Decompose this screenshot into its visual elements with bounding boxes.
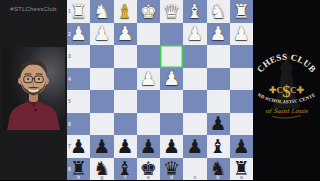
white-pawn-piece[interactable]: ♟ (160, 68, 183, 91)
square-f3[interactable] (114, 45, 137, 68)
logo-monogram-left: ✚C (269, 85, 283, 95)
square-h1[interactable]: 1♜ (67, 0, 90, 23)
black-rook-piece[interactable]: ♜ (230, 158, 253, 181)
logo-flourish (272, 116, 301, 119)
black-pawn-piece[interactable]: ♟ (160, 135, 183, 158)
white-bishop-piece[interactable]: ♝ (183, 0, 206, 23)
presenter-webcam (2, 47, 65, 130)
square-e4[interactable]: ♟ (137, 68, 160, 91)
black-rook-piece[interactable]: ♜ (67, 158, 90, 181)
square-d2[interactable] (160, 23, 183, 46)
square-c2[interactable]: ♟ (183, 23, 206, 46)
square-b1[interactable]: ♞ (207, 0, 230, 23)
square-b6[interactable]: ♟ (207, 113, 230, 136)
square-d3[interactable] (160, 45, 183, 68)
rank-label: 6 (68, 121, 71, 126)
square-e7[interactable]: ♟ (137, 135, 160, 158)
white-king-piece[interactable]: ♚ (137, 0, 160, 23)
square-f1[interactable]: ♝ (114, 0, 137, 23)
square-g8[interactable]: g♞ (90, 158, 113, 181)
square-e3[interactable] (137, 45, 160, 68)
white-rook-piece[interactable]: ♜ (230, 0, 253, 23)
square-f2[interactable]: ♟ (114, 23, 137, 46)
square-h6[interactable]: 6 (67, 113, 90, 136)
square-e1[interactable]: ♚ (137, 0, 160, 23)
black-pawn-piece[interactable]: ♟ (90, 135, 113, 158)
square-c7[interactable]: ♟ (183, 135, 206, 158)
square-a4[interactable] (230, 68, 253, 91)
square-c5[interactable] (183, 90, 206, 113)
black-pawn-piece[interactable]: ♟ (137, 135, 160, 158)
square-g3[interactable] (90, 45, 113, 68)
square-a1[interactable]: ♜ (230, 0, 253, 23)
square-b7[interactable]: ♝ (207, 135, 230, 158)
square-f6[interactable] (114, 113, 137, 136)
square-c3[interactable] (183, 45, 206, 68)
square-h5[interactable]: 5 (67, 90, 90, 113)
square-h4[interactable]: 4 (67, 68, 90, 91)
square-f7[interactable]: ♟ (114, 135, 137, 158)
square-g1[interactable]: ♞ (90, 0, 113, 23)
black-pawn-piece[interactable]: ♟ (114, 135, 137, 158)
square-d7[interactable]: ♟ (160, 135, 183, 158)
presenter-eye (38, 78, 40, 80)
black-queen-piece[interactable]: ♛ (160, 158, 183, 181)
square-a5[interactable] (230, 90, 253, 113)
square-f5[interactable] (114, 90, 137, 113)
right-panel: CHESS CLUB ✚C $ C✚ AND SCHOLASTIC CENTER… (253, 0, 320, 180)
white-knight-piece[interactable]: ♞ (207, 0, 230, 23)
black-bishop-piece[interactable]: ♝ (114, 158, 137, 181)
white-pawn-piece[interactable]: ♟ (114, 23, 137, 46)
square-a3[interactable] (230, 45, 253, 68)
left-panel: #STLChessClub (0, 0, 67, 180)
square-a2[interactable]: ♟ (230, 23, 253, 46)
white-rook-piece[interactable]: ♜ (67, 0, 90, 23)
white-bishop-piece[interactable]: ♝ (114, 0, 137, 23)
square-b2[interactable]: ♟ (207, 23, 230, 46)
square-h3[interactable]: 3 (67, 45, 90, 68)
square-d4[interactable]: ♟ (160, 68, 183, 91)
lapel-mic (34, 109, 36, 111)
square-c6[interactable] (183, 113, 206, 136)
square-h7[interactable]: 7♟ (67, 135, 90, 158)
square-b8[interactable]: b♞ (207, 158, 230, 181)
white-pawn-piece[interactable]: ♟ (90, 23, 113, 46)
square-f8[interactable]: f♝ (114, 158, 137, 181)
square-a8[interactable]: a♜ (230, 158, 253, 181)
square-g6[interactable] (90, 113, 113, 136)
white-pawn-piece[interactable]: ♟ (137, 68, 160, 91)
black-king-piece[interactable]: ♚ (137, 158, 160, 181)
square-d6[interactable] (160, 113, 183, 136)
square-e8[interactable]: e♚ (137, 158, 160, 181)
hashtag-label: #STLChessClub (0, 6, 67, 12)
square-g5[interactable] (90, 90, 113, 113)
white-queen-piece[interactable]: ♛ (160, 0, 183, 23)
presenter-eye (27, 78, 29, 80)
square-h2[interactable]: 2♟ (67, 23, 90, 46)
square-b4[interactable] (207, 68, 230, 91)
rank-label: 5 (68, 99, 71, 104)
square-e5[interactable] (137, 90, 160, 113)
square-a7[interactable]: ♟ (230, 135, 253, 158)
rank-label: 4 (68, 76, 71, 81)
black-knight-piece[interactable]: ♞ (207, 158, 230, 181)
rank-label: 3 (68, 54, 71, 59)
square-d8[interactable]: d♛ (160, 158, 183, 181)
square-d1[interactable]: ♛ (160, 0, 183, 23)
chess-club-logo: CHESS CLUB ✚C $ C✚ AND SCHOLASTIC CENTER… (253, 50, 320, 130)
video-frame: #STLChessClub (0, 0, 320, 180)
square-g2[interactable]: ♟ (90, 23, 113, 46)
square-b3[interactable] (207, 45, 230, 68)
square-f4[interactable] (114, 68, 137, 91)
square-e6[interactable] (137, 113, 160, 136)
white-pawn-piece[interactable]: ♟ (207, 23, 230, 46)
file-label: c (193, 175, 196, 180)
square-c1[interactable]: ♝ (183, 0, 206, 23)
black-pawn-piece[interactable]: ♟ (230, 135, 253, 158)
square-e2[interactable] (137, 23, 160, 46)
square-d5[interactable] (160, 90, 183, 113)
square-c8[interactable]: c (183, 158, 206, 181)
black-bishop-piece[interactable]: ♝ (207, 135, 230, 158)
square-b5[interactable] (207, 90, 230, 113)
black-pawn-piece[interactable]: ♟ (207, 113, 230, 136)
black-pawn-piece[interactable]: ♟ (183, 135, 206, 158)
black-pawn-piece[interactable]: ♟ (67, 135, 90, 158)
white-pawn-piece[interactable]: ♟ (230, 23, 253, 46)
logo-monogram-right: C✚ (290, 85, 304, 95)
square-g7[interactable]: ♟ (90, 135, 113, 158)
square-a6[interactable] (230, 113, 253, 136)
black-knight-piece[interactable]: ♞ (90, 158, 113, 181)
square-h8[interactable]: 8h♜ (67, 158, 90, 181)
logo-script-text: of Saint Louis (266, 107, 309, 114)
square-g4[interactable] (90, 68, 113, 91)
white-knight-piece[interactable]: ♞ (90, 0, 113, 23)
square-c4[interactable] (183, 68, 206, 91)
white-pawn-piece[interactable]: ♟ (67, 23, 90, 46)
white-pawn-piece[interactable]: ♟ (183, 23, 206, 46)
chess-board[interactable]: 1♜♞♝♚♛♝♞♜2♟♟♟♟♟♟34♟♟56♟7♟♟♟♟♟♟♝♟8h♜g♞f♝e… (67, 0, 253, 180)
